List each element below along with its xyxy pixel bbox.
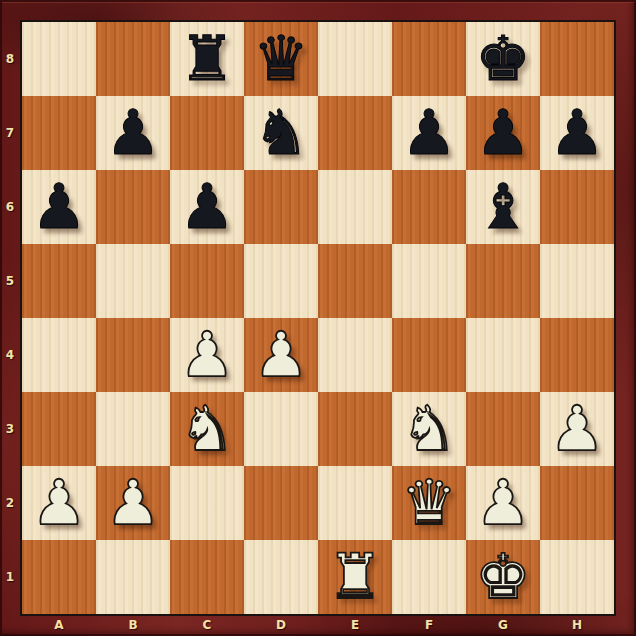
piece-white-pawn[interactable]: ♟	[475, 466, 531, 540]
rank-label-1: 1	[0, 540, 20, 614]
piece-black-knight[interactable]: ♞	[253, 96, 309, 170]
square-c1[interactable]	[170, 540, 244, 614]
piece-black-pawn[interactable]: ♟	[105, 96, 161, 170]
square-g1[interactable]: ♚	[466, 540, 540, 614]
square-g8[interactable]: ♚	[466, 22, 540, 96]
piece-white-pawn[interactable]: ♟	[253, 318, 309, 392]
square-d4[interactable]: ♟	[244, 318, 318, 392]
square-c6[interactable]: ♟	[170, 170, 244, 244]
square-f7[interactable]: ♟	[392, 96, 466, 170]
square-e1[interactable]: ♜	[318, 540, 392, 614]
square-b2[interactable]: ♟	[96, 466, 170, 540]
square-f2[interactable]: ♛	[392, 466, 466, 540]
square-h8[interactable]	[540, 22, 614, 96]
piece-black-queen[interactable]: ♛	[253, 22, 309, 96]
rank-coordinates: 87654321	[0, 22, 20, 614]
square-d5[interactable]	[244, 244, 318, 318]
file-label-h: H	[540, 614, 614, 636]
rank-label-7: 7	[0, 96, 20, 170]
square-d7[interactable]: ♞	[244, 96, 318, 170]
square-b5[interactable]	[96, 244, 170, 318]
chess-board: ♜♛♚♟♞♟♟♟♟♟♝♟♟♞♞♟♟♟♛♟♜♚	[20, 20, 616, 616]
file-label-b: B	[96, 614, 170, 636]
file-coordinates: ABCDEFGH	[22, 614, 614, 636]
piece-white-rook[interactable]: ♜	[327, 540, 383, 614]
square-f5[interactable]	[392, 244, 466, 318]
square-b6[interactable]	[96, 170, 170, 244]
file-label-g: G	[466, 614, 540, 636]
rank-label-5: 5	[0, 244, 20, 318]
piece-black-king[interactable]: ♚	[475, 22, 531, 96]
rank-label-4: 4	[0, 318, 20, 392]
piece-white-pawn[interactable]: ♟	[549, 392, 605, 466]
square-g4[interactable]	[466, 318, 540, 392]
square-g6[interactable]: ♝	[466, 170, 540, 244]
file-label-f: F	[392, 614, 466, 636]
square-a6[interactable]: ♟	[22, 170, 96, 244]
square-b8[interactable]	[96, 22, 170, 96]
piece-black-pawn[interactable]: ♟	[475, 96, 531, 170]
rank-label-8: 8	[0, 22, 20, 96]
piece-white-queen[interactable]: ♛	[401, 466, 457, 540]
piece-black-pawn[interactable]: ♟	[549, 96, 605, 170]
chess-board-frame: ♜♛♚♟♞♟♟♟♟♟♝♟♟♞♞♟♟♟♛♟♜♚ 87654321 ABCDEFGH	[0, 0, 636, 636]
piece-white-king[interactable]: ♚	[475, 540, 531, 614]
square-c8[interactable]: ♜	[170, 22, 244, 96]
square-a7[interactable]	[22, 96, 96, 170]
square-f8[interactable]	[392, 22, 466, 96]
piece-black-pawn[interactable]: ♟	[401, 96, 457, 170]
square-d8[interactable]: ♛	[244, 22, 318, 96]
square-e5[interactable]	[318, 244, 392, 318]
square-g3[interactable]	[466, 392, 540, 466]
square-c4[interactable]: ♟	[170, 318, 244, 392]
square-g2[interactable]: ♟	[466, 466, 540, 540]
square-a3[interactable]	[22, 392, 96, 466]
square-c3[interactable]: ♞	[170, 392, 244, 466]
piece-black-bishop[interactable]: ♝	[475, 170, 531, 244]
piece-white-pawn[interactable]: ♟	[31, 466, 87, 540]
piece-black-pawn[interactable]: ♟	[179, 170, 235, 244]
square-a1[interactable]	[22, 540, 96, 614]
square-b7[interactable]: ♟	[96, 96, 170, 170]
square-d3[interactable]	[244, 392, 318, 466]
square-h1[interactable]	[540, 540, 614, 614]
piece-white-knight[interactable]: ♞	[179, 392, 235, 466]
square-h4[interactable]	[540, 318, 614, 392]
piece-white-knight[interactable]: ♞	[401, 392, 457, 466]
square-f1[interactable]	[392, 540, 466, 614]
square-b1[interactable]	[96, 540, 170, 614]
square-f6[interactable]	[392, 170, 466, 244]
square-h5[interactable]	[540, 244, 614, 318]
square-a5[interactable]	[22, 244, 96, 318]
square-g7[interactable]: ♟	[466, 96, 540, 170]
rank-label-2: 2	[0, 466, 20, 540]
piece-black-rook[interactable]: ♜	[179, 22, 235, 96]
square-h2[interactable]	[540, 466, 614, 540]
square-e8[interactable]	[318, 22, 392, 96]
square-c2[interactable]	[170, 466, 244, 540]
square-a8[interactable]	[22, 22, 96, 96]
square-e4[interactable]	[318, 318, 392, 392]
square-e6[interactable]	[318, 170, 392, 244]
square-a4[interactable]	[22, 318, 96, 392]
square-h3[interactable]: ♟	[540, 392, 614, 466]
square-e3[interactable]	[318, 392, 392, 466]
file-label-e: E	[318, 614, 392, 636]
square-a2[interactable]: ♟	[22, 466, 96, 540]
piece-black-pawn[interactable]: ♟	[31, 170, 87, 244]
square-f4[interactable]	[392, 318, 466, 392]
piece-white-pawn[interactable]: ♟	[105, 466, 161, 540]
square-h7[interactable]: ♟	[540, 96, 614, 170]
square-e7[interactable]	[318, 96, 392, 170]
square-d6[interactable]	[244, 170, 318, 244]
square-b3[interactable]	[96, 392, 170, 466]
file-label-c: C	[170, 614, 244, 636]
square-c5[interactable]	[170, 244, 244, 318]
file-label-d: D	[244, 614, 318, 636]
square-e2[interactable]	[318, 466, 392, 540]
square-d2[interactable]	[244, 466, 318, 540]
square-g5[interactable]	[466, 244, 540, 318]
file-label-a: A	[22, 614, 96, 636]
square-h6[interactable]	[540, 170, 614, 244]
square-c7[interactable]	[170, 96, 244, 170]
rank-label-3: 3	[0, 392, 20, 466]
rank-label-6: 6	[0, 170, 20, 244]
square-b4[interactable]	[96, 318, 170, 392]
square-f3[interactable]: ♞	[392, 392, 466, 466]
square-d1[interactable]	[244, 540, 318, 614]
piece-white-pawn[interactable]: ♟	[179, 318, 235, 392]
